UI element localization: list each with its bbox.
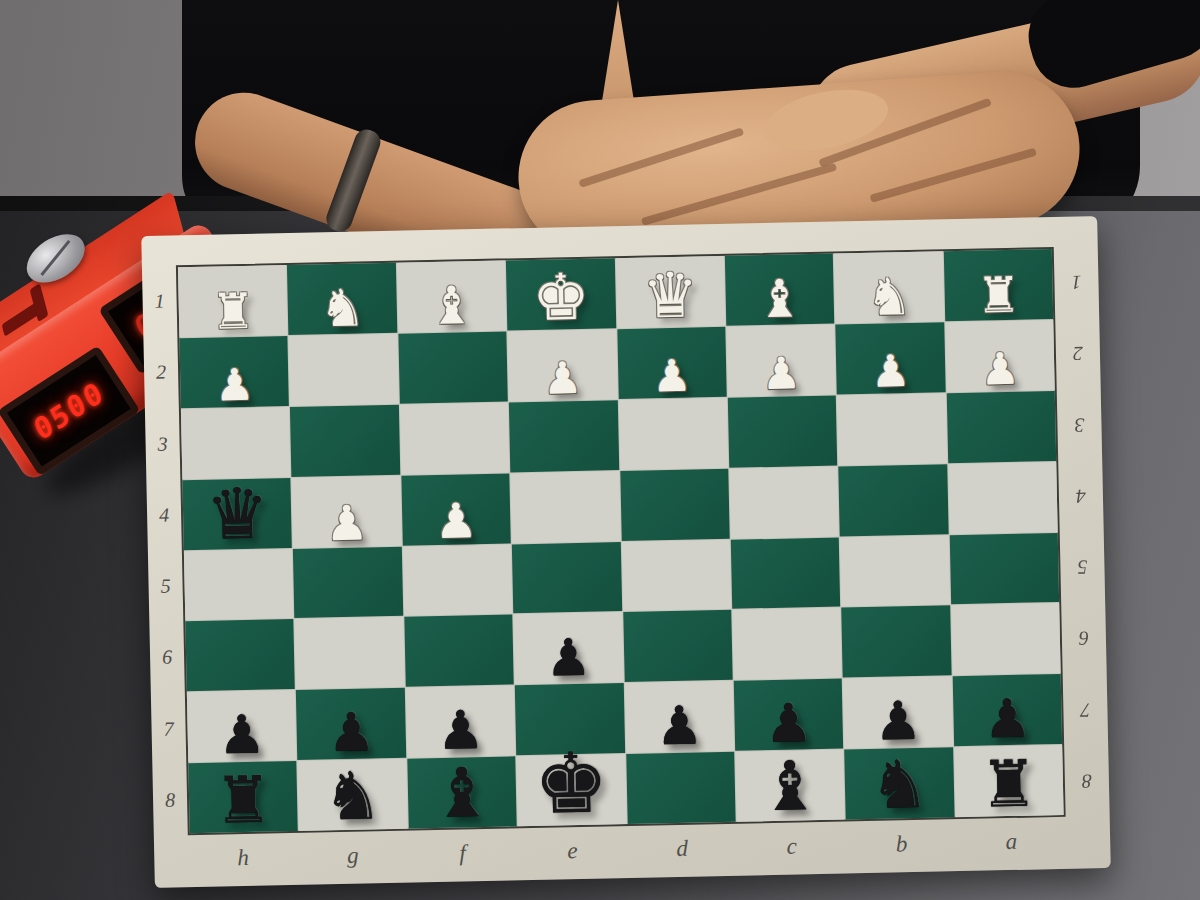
square-d1: ♛ <box>615 256 725 328</box>
square-b8: ♞ <box>844 747 954 819</box>
square-h1: ♜ <box>178 265 288 337</box>
black-bishop-c8: ♝ <box>759 752 821 821</box>
file-label-e: e <box>517 828 628 880</box>
black-pawn-b7: ♟ <box>874 694 923 748</box>
file-label-c: c <box>737 823 848 875</box>
square-b7: ♟ <box>843 676 953 748</box>
square-c3 <box>728 395 838 467</box>
square-a2: ♟ <box>945 320 1055 392</box>
white-pawn-c2: ♟ <box>761 351 801 396</box>
square-g6 <box>295 617 405 689</box>
white-knight-b1: ♞ <box>866 271 913 323</box>
white-pawn-g4: ♟ <box>325 498 369 547</box>
rank-label-right-7: 7 <box>1063 673 1108 745</box>
square-a7: ♟ <box>952 674 1062 746</box>
square-b3 <box>837 393 947 465</box>
rank-label-right-3: 3 <box>1057 389 1102 461</box>
square-e4 <box>510 471 620 543</box>
square-b2: ♟ <box>836 322 946 394</box>
black-knight-g8: ♞ <box>322 763 383 830</box>
black-pawn-d7: ♟ <box>655 699 704 753</box>
white-pawn-f4: ♟ <box>434 496 478 545</box>
rank-label-left-1: 1 <box>142 265 177 337</box>
file-label-b: b <box>846 821 957 873</box>
square-g2 <box>289 334 399 406</box>
square-c1: ♝ <box>725 254 835 326</box>
square-a5 <box>949 532 1059 604</box>
square-h4: ♛ <box>182 478 292 550</box>
square-h6 <box>185 619 295 691</box>
square-a1: ♜ <box>943 249 1053 321</box>
finger-line <box>641 163 837 226</box>
square-a8: ♜ <box>954 745 1064 817</box>
file-label-f: f <box>407 830 518 882</box>
square-b6 <box>841 606 951 678</box>
square-e8: ♚ <box>516 754 626 826</box>
square-d2: ♟ <box>617 327 727 399</box>
file-label-d: d <box>627 826 738 878</box>
black-bishop-f8: ♝ <box>431 759 493 828</box>
square-f3 <box>400 402 510 474</box>
rank-label-left-6: 6 <box>149 622 184 694</box>
square-d4 <box>620 468 730 540</box>
file-label-g: g <box>298 833 409 885</box>
black-rook-h8: ♜ <box>214 767 273 832</box>
rank-label-left-7: 7 <box>151 693 186 765</box>
black-pawn-a7: ♟ <box>983 692 1032 746</box>
square-f5 <box>403 544 513 616</box>
rank-label-right-8: 8 <box>1064 745 1109 817</box>
square-e5 <box>512 542 622 614</box>
rank-label-right-6: 6 <box>1061 602 1106 674</box>
white-pawn-e2: ♟ <box>542 356 582 401</box>
scene: 0500 0500 ♜♞♝♚♛♝♞♜♟♟♟♟♟♟♛♟♟♟♟♟♟♟♟♟♟♜♞♝♚♝… <box>0 0 1200 900</box>
white-rook-h1: ♜ <box>211 287 256 337</box>
square-c6 <box>732 608 842 680</box>
rank-label-right-4: 4 <box>1058 460 1103 532</box>
rank-label-left-8: 8 <box>152 764 187 836</box>
black-rook-a8: ♜ <box>979 751 1038 816</box>
bracelet <box>323 126 384 234</box>
board-frame: ♜♞♝♚♛♝♞♜♟♟♟♟♟♟♛♟♟♟♟♟♟♟♟♟♟♜♞♝♚♝♞♜ <box>176 247 1066 835</box>
square-c5 <box>731 537 841 609</box>
rank-label-right-2: 2 <box>1055 317 1100 389</box>
white-king-e1: ♚ <box>532 265 591 330</box>
square-g5 <box>293 546 403 618</box>
white-bishop-c1: ♝ <box>756 272 804 325</box>
square-f2 <box>398 331 508 403</box>
square-h3 <box>181 407 291 479</box>
square-h8: ♜ <box>188 761 298 833</box>
square-g4: ♟ <box>292 475 402 547</box>
chess-board: ♜♞♝♚♛♝♞♜♟♟♟♟♟♟♛♟♟♟♟♟♟♟♟♟♟♜♞♝♚♝♞♜ <box>178 249 1064 833</box>
white-bishop-f1: ♝ <box>428 279 476 332</box>
rank-label-right-1: 1 <box>1054 246 1099 318</box>
square-e6: ♟ <box>513 612 623 684</box>
square-f1: ♝ <box>397 260 507 332</box>
square-b5 <box>840 535 950 607</box>
square-g7: ♟ <box>296 688 406 760</box>
square-e1: ♚ <box>506 258 616 330</box>
square-b4 <box>838 464 948 536</box>
black-knight-b8: ♞ <box>869 752 930 819</box>
white-queen-d1: ♛ <box>642 264 699 327</box>
chess-board-mat: ♜♞♝♚♛♝♞♜♟♟♟♟♟♟♛♟♟♟♟♟♟♟♟♟♟♜♞♝♚♝♞♜ 1234567… <box>141 216 1110 888</box>
square-c7: ♟ <box>734 679 844 751</box>
square-d5 <box>621 539 731 611</box>
square-g8: ♞ <box>298 759 408 831</box>
black-queen-h4: ♛ <box>205 478 269 549</box>
rank-label-left-5: 5 <box>148 550 183 622</box>
square-f4: ♟ <box>401 473 511 545</box>
square-e7 <box>515 683 625 755</box>
square-e3 <box>509 400 619 472</box>
square-f7: ♟ <box>406 686 516 758</box>
finger-line <box>578 127 744 188</box>
white-pawn-b2: ♟ <box>871 349 911 394</box>
white-pawn-d2: ♟ <box>652 353 692 398</box>
square-a6 <box>951 603 1061 675</box>
square-h2: ♟ <box>179 336 289 408</box>
square-d6 <box>623 610 733 682</box>
black-pawn-e6: ♟ <box>545 632 592 684</box>
square-g1: ♞ <box>287 263 397 335</box>
black-pawn-c7: ♟ <box>764 696 813 750</box>
clock-time-left: 0500 <box>28 374 109 447</box>
square-d3 <box>618 398 728 470</box>
square-e2: ♟ <box>507 329 617 401</box>
square-c4 <box>729 466 839 538</box>
white-knight-g1: ♞ <box>319 282 366 334</box>
rank-label-left-2: 2 <box>143 337 178 409</box>
rank-label-left-4: 4 <box>146 479 181 551</box>
square-b1: ♞ <box>834 251 944 323</box>
square-h7: ♟ <box>187 690 297 762</box>
rank-label-right-5: 5 <box>1060 531 1105 603</box>
square-c2: ♟ <box>726 324 836 396</box>
white-rook-a1: ♜ <box>976 271 1021 321</box>
white-pawn-h2: ♟ <box>214 363 254 408</box>
square-a3 <box>946 391 1056 463</box>
file-label-a: a <box>956 819 1067 871</box>
file-label-h: h <box>188 835 299 887</box>
square-h5 <box>184 548 294 620</box>
rank-label-left-3: 3 <box>145 408 180 480</box>
square-g3 <box>290 404 400 476</box>
square-f8: ♝ <box>407 756 517 828</box>
square-d8 <box>626 752 736 824</box>
square-f6 <box>404 615 514 687</box>
finger-line <box>869 148 1037 203</box>
black-pawn-h7: ♟ <box>218 708 267 762</box>
square-d7: ♟ <box>624 681 734 753</box>
black-pawn-g7: ♟ <box>327 705 376 759</box>
white-pawn-a2: ♟ <box>980 346 1020 391</box>
square-c8: ♝ <box>735 750 845 822</box>
black-pawn-f7: ♟ <box>436 703 485 757</box>
square-a4 <box>948 462 1058 534</box>
